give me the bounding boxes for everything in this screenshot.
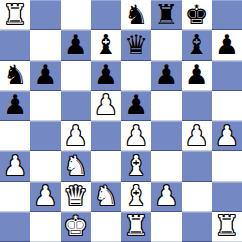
square-f3[interactable] xyxy=(151,151,181,181)
piece-white-bishop: ♝ xyxy=(124,152,148,179)
square-d8[interactable] xyxy=(91,0,121,30)
piece-white-bishop: ♝ xyxy=(124,182,148,209)
square-d7[interactable]: ♝ xyxy=(91,30,121,60)
piece-black-bishop: ♝ xyxy=(94,31,118,58)
piece-white-pawn: ♟ xyxy=(215,122,239,149)
square-d3[interactable] xyxy=(91,151,121,181)
piece-black-pawn: ♟ xyxy=(94,61,118,88)
square-b7[interactable] xyxy=(30,30,60,60)
piece-black-pawn: ♟ xyxy=(3,91,27,118)
square-f7[interactable] xyxy=(151,30,181,60)
piece-black-rook: ♜ xyxy=(154,1,178,28)
square-g7[interactable]: ♝ xyxy=(182,30,212,60)
square-b4[interactable] xyxy=(30,121,60,151)
square-b8[interactable] xyxy=(30,0,60,30)
piece-black-bishop: ♝ xyxy=(185,31,209,58)
square-f6[interactable]: ♟ xyxy=(151,61,181,91)
square-g6[interactable]: ♟ xyxy=(182,61,212,91)
square-h1[interactable]: ♜ xyxy=(212,212,242,242)
piece-black-pawn: ♟ xyxy=(33,61,57,88)
piece-black-pawn: ♟ xyxy=(154,61,178,88)
piece-white-rook: ♜ xyxy=(124,212,148,239)
square-f8[interactable]: ♜ xyxy=(151,0,181,30)
piece-black-pawn: ♟ xyxy=(215,31,239,58)
square-a4[interactable] xyxy=(0,121,30,151)
square-f4[interactable] xyxy=(151,121,181,151)
square-g1[interactable] xyxy=(182,212,212,242)
square-g2[interactable] xyxy=(182,182,212,212)
piece-white-rook: ♜ xyxy=(3,1,27,28)
square-e2[interactable]: ♝ xyxy=(121,182,151,212)
square-a7[interactable] xyxy=(0,30,30,60)
square-c8[interactable] xyxy=(61,0,91,30)
piece-white-pawn: ♟ xyxy=(3,152,27,179)
square-b1[interactable] xyxy=(30,212,60,242)
square-b2[interactable]: ♟ xyxy=(30,182,60,212)
piece-white-king: ♚ xyxy=(64,212,88,239)
piece-black-knight: ♞ xyxy=(3,61,27,88)
square-b5[interactable] xyxy=(30,91,60,121)
square-h5[interactable] xyxy=(212,91,242,121)
piece-white-queen: ♛ xyxy=(64,182,88,209)
piece-black-knight: ♞ xyxy=(124,1,148,28)
square-c4[interactable]: ♟ xyxy=(61,121,91,151)
piece-white-pawn: ♟ xyxy=(94,91,118,118)
square-d5[interactable]: ♟ xyxy=(91,91,121,121)
square-h7[interactable]: ♟ xyxy=(212,30,242,60)
piece-white-knight: ♞ xyxy=(64,152,88,179)
square-a2[interactable] xyxy=(0,182,30,212)
square-f5[interactable] xyxy=(151,91,181,121)
square-e4[interactable]: ♟ xyxy=(121,121,151,151)
square-d4[interactable] xyxy=(91,121,121,151)
square-e3[interactable]: ♝ xyxy=(121,151,151,181)
square-h6[interactable] xyxy=(212,61,242,91)
square-a3[interactable]: ♟ xyxy=(0,151,30,181)
square-d2[interactable]: ♞ xyxy=(91,182,121,212)
piece-white-pawn: ♟ xyxy=(185,122,209,149)
piece-black-pawn: ♟ xyxy=(64,31,88,58)
square-f1[interactable] xyxy=(151,212,181,242)
square-d1[interactable] xyxy=(91,212,121,242)
square-f2[interactable]: ♟ xyxy=(151,182,181,212)
square-g5[interactable] xyxy=(182,91,212,121)
square-e5[interactable]: ♟ xyxy=(121,91,151,121)
square-a1[interactable] xyxy=(0,212,30,242)
piece-white-pawn: ♟ xyxy=(154,182,178,209)
square-b6[interactable]: ♟ xyxy=(30,61,60,91)
square-c1[interactable]: ♚ xyxy=(61,212,91,242)
piece-white-rook: ♜ xyxy=(215,212,239,239)
chess-board: ♜♞♜♚♟♝♛♝♟♞♟♟♟♟♟♟♟♟♟♟♟♟♞♝♟♛♞♝♟♚♜♜ xyxy=(0,0,242,242)
square-a5[interactable]: ♟ xyxy=(0,91,30,121)
square-h8[interactable] xyxy=(212,0,242,30)
square-c3[interactable]: ♞ xyxy=(61,151,91,181)
square-h3[interactable] xyxy=(212,151,242,181)
piece-white-knight: ♞ xyxy=(94,182,118,209)
piece-black-queen: ♛ xyxy=(124,31,148,58)
square-b3[interactable] xyxy=(30,151,60,181)
square-d6[interactable]: ♟ xyxy=(91,61,121,91)
square-c2[interactable]: ♛ xyxy=(61,182,91,212)
square-c5[interactable] xyxy=(61,91,91,121)
piece-black-pawn: ♟ xyxy=(185,61,209,88)
square-e8[interactable]: ♞ xyxy=(121,0,151,30)
square-e7[interactable]: ♛ xyxy=(121,30,151,60)
piece-white-pawn: ♟ xyxy=(124,122,148,149)
square-g4[interactable]: ♟ xyxy=(182,121,212,151)
square-g8[interactable]: ♚ xyxy=(182,0,212,30)
square-a6[interactable]: ♞ xyxy=(0,61,30,91)
square-e6[interactable] xyxy=(121,61,151,91)
piece-black-king: ♚ xyxy=(185,1,209,28)
square-c7[interactable]: ♟ xyxy=(61,30,91,60)
square-h4[interactable]: ♟ xyxy=(212,121,242,151)
square-c6[interactable] xyxy=(61,61,91,91)
piece-black-pawn: ♟ xyxy=(124,91,148,118)
square-e1[interactable]: ♜ xyxy=(121,212,151,242)
square-h2[interactable] xyxy=(212,182,242,212)
piece-white-pawn: ♟ xyxy=(64,122,88,149)
square-g3[interactable] xyxy=(182,151,212,181)
piece-white-pawn: ♟ xyxy=(33,182,57,209)
square-a8[interactable]: ♜ xyxy=(0,0,30,30)
